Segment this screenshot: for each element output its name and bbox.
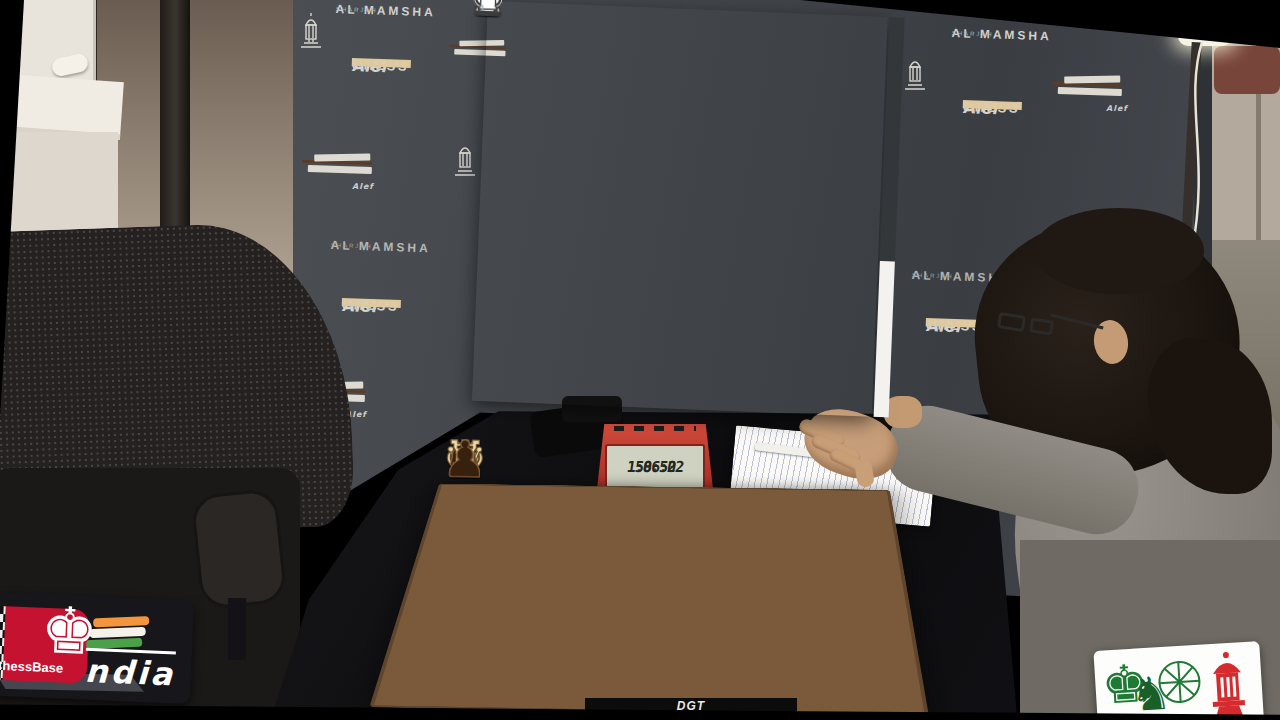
alef-label: Alef bbox=[1106, 104, 1128, 113]
india-flag-saffron bbox=[93, 616, 149, 627]
digital-board: ♞♜♛♜♚8♟♟♝♟♟♟7♝♟♞65♞♟4♟♝♟♞3♝♛♟♟♟2♜abcd♚ef… bbox=[472, 1, 888, 417]
shelf-logo bbox=[308, 151, 373, 179]
tower-icon bbox=[453, 140, 477, 186]
tower-icon bbox=[903, 55, 927, 99]
cabinet bbox=[0, 132, 118, 244]
india-flag-white bbox=[90, 627, 146, 638]
chessbase-india-badge: ChessBase ♚ ndia bbox=[0, 592, 194, 705]
lamp-cable bbox=[1180, 40, 1220, 255]
sponsor-card: ♚ ♞ bbox=[1093, 641, 1264, 720]
clock-buttons bbox=[614, 426, 696, 431]
broadcast-board-overlay: ♞♜♛♜♚8♟♟♝♟♟♟7♝♟♞65♞♟4♟♝♟♞3♝♛♟♟♟2♜abcd♚ef… bbox=[472, 1, 908, 421]
office-chair-post bbox=[228, 598, 246, 660]
real-piece: ♟ bbox=[442, 435, 443, 485]
office-chair-armrest bbox=[190, 488, 287, 610]
alef-label: Alef bbox=[352, 182, 374, 191]
shelf-logo bbox=[1058, 73, 1123, 101]
broadcast-frame: AL MAMSHASHARJAH Alef CHESS OLYMPIAD Ale… bbox=[0, 0, 1280, 720]
india-wordmark: ndia bbox=[84, 648, 176, 694]
clock-display: 58:50 , 1:06:22 bbox=[605, 444, 705, 490]
real-chessboard: ♜♟♟♟♟♚♟♞♞♟♜♚♟♟♝♝♟♛♛♞♟♜♝♞♜♟♝♟ bbox=[369, 484, 929, 717]
green-knight-icon: ♞ bbox=[1129, 669, 1173, 719]
red-tower-icon bbox=[1206, 648, 1251, 720]
black-time: 1:06:22 bbox=[626, 458, 685, 476]
player-hair bbox=[1034, 208, 1204, 294]
tower-icon bbox=[299, 12, 323, 58]
real-board-grid: ♜♟♟♟♟♚♟♞♞♟♜♚♟♟♝♝♟♛♛♞♟♜♝♞♜♟♝♟ bbox=[380, 485, 882, 694]
wall-shelf bbox=[1214, 46, 1280, 94]
